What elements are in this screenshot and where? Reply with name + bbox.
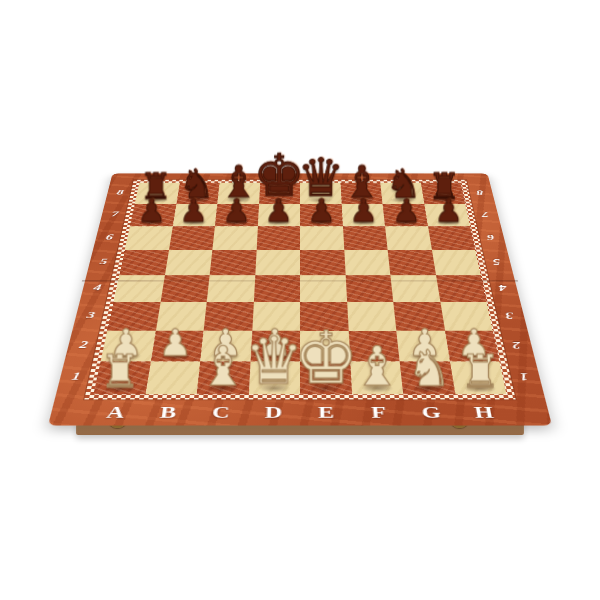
square-e3 xyxy=(300,302,348,331)
piece-shadow xyxy=(223,219,251,225)
rank-label-right-7: 7 xyxy=(477,210,494,218)
square-c5 xyxy=(210,250,257,275)
file-label-g: G xyxy=(417,403,447,422)
square-h7: ♟ xyxy=(424,204,470,226)
rank-label-left-5: 5 xyxy=(95,257,113,266)
piece-shadow xyxy=(430,197,457,203)
square-f7: ♟ xyxy=(341,204,385,226)
file-label-e: E xyxy=(313,403,341,422)
file-label-f: F xyxy=(365,403,394,422)
square-a5 xyxy=(119,250,168,275)
piece-shadow xyxy=(184,197,211,203)
piece-shadow xyxy=(180,219,208,225)
rank-label-right-1: 1 xyxy=(514,370,535,382)
square-d1: ♛ xyxy=(248,361,300,394)
piece-shadow xyxy=(434,219,462,225)
square-b5 xyxy=(164,250,212,275)
square-a2: ♟ xyxy=(101,331,156,362)
square-e6 xyxy=(300,226,344,250)
piece-shadow xyxy=(225,197,252,203)
square-c8: ♝ xyxy=(217,183,259,204)
square-d6 xyxy=(256,226,300,250)
piece-shadow xyxy=(142,197,169,203)
piece-white-pawn-a2: ♟ xyxy=(109,325,142,360)
piece-shadow xyxy=(360,384,394,393)
rank-label-right-8: 8 xyxy=(472,189,488,197)
square-b2: ♟ xyxy=(150,331,203,362)
product-photo-scene: ♜♞♝♚♛♝♞♜♟♟♟♟♟♟♟♟♟♟♟♟♟♟♜♝♛♚♝♞♜ 8877665544… xyxy=(0,0,600,600)
rank-label-left-2: 2 xyxy=(74,339,94,350)
square-c1: ♝ xyxy=(197,361,250,394)
square-c7: ♟ xyxy=(215,204,259,226)
piece-shadow xyxy=(110,352,143,360)
square-d7: ♟ xyxy=(257,204,300,226)
square-b8: ♞ xyxy=(176,183,220,204)
piece-shadow xyxy=(457,352,490,360)
square-h5 xyxy=(431,250,480,275)
piece-shadow xyxy=(392,219,420,225)
square-g1: ♞ xyxy=(400,361,455,394)
square-f5 xyxy=(344,250,391,275)
square-b4 xyxy=(160,275,210,302)
square-a1: ♜ xyxy=(93,361,150,394)
square-b6 xyxy=(169,226,215,250)
piece-shadow xyxy=(265,219,292,225)
piece-shadow xyxy=(209,352,241,360)
square-g6 xyxy=(385,226,431,250)
piece-white-queen-d1: ♛ xyxy=(245,330,304,392)
piece-white-pawn-c2: ♟ xyxy=(209,325,242,360)
square-d5 xyxy=(255,250,300,275)
square-g5 xyxy=(388,250,436,275)
square-e4 xyxy=(300,275,347,302)
piece-black-queen-e8: ♛ xyxy=(297,153,344,203)
square-c2: ♟ xyxy=(200,331,252,362)
piece-shadow xyxy=(389,197,416,203)
piece-shadow xyxy=(348,197,375,203)
piece-shadow xyxy=(408,352,441,360)
file-label-h: H xyxy=(469,403,500,422)
piece-shadow xyxy=(462,384,496,393)
piece-shadow xyxy=(138,219,166,225)
piece-white-king-e1: ♚ xyxy=(293,324,358,393)
board-frame: ♜♞♝♚♛♝♞♜♟♟♟♟♟♟♟♟♟♟♟♟♟♟♜♝♛♚♝♞♜ 8877665544… xyxy=(48,173,552,425)
square-h1: ♜ xyxy=(450,361,507,394)
square-e2 xyxy=(300,331,350,362)
square-e7: ♟ xyxy=(300,204,343,226)
rank-label-right-5: 5 xyxy=(487,257,505,266)
piece-shadow xyxy=(411,384,445,393)
square-h8: ♜ xyxy=(421,183,466,204)
square-d3 xyxy=(252,302,300,331)
square-h2: ♟ xyxy=(445,331,500,362)
square-a8: ♜ xyxy=(135,183,180,204)
square-c3 xyxy=(204,302,254,331)
square-b1 xyxy=(145,361,200,394)
piece-black-king-d8: ♚ xyxy=(253,148,305,203)
chess-board: ♜♞♝♚♛♝♞♜♟♟♟♟♟♟♟♟♟♟♟♟♟♟♜♝♛♚♝♞♜ 8877665544… xyxy=(48,173,552,425)
square-f8: ♝ xyxy=(340,183,382,204)
square-e5 xyxy=(300,250,345,275)
rank-label-right-3: 3 xyxy=(500,310,519,321)
file-label-b: B xyxy=(153,403,183,422)
piece-shadow xyxy=(309,384,342,393)
rank-label-left-4: 4 xyxy=(88,283,106,293)
square-g7: ♟ xyxy=(383,204,428,226)
square-g3 xyxy=(393,302,444,331)
square-f6 xyxy=(343,226,388,250)
square-h3 xyxy=(440,302,493,331)
piece-shadow xyxy=(160,352,193,360)
square-g2: ♟ xyxy=(396,331,449,362)
piece-white-pawn-d2: ♟ xyxy=(258,325,291,360)
rank-label-right-6: 6 xyxy=(482,233,499,242)
rank-label-left-7: 7 xyxy=(107,210,124,218)
piece-shadow xyxy=(206,384,240,393)
playing-area: ♜♞♝♚♛♝♞♜♟♟♟♟♟♟♟♟♟♟♟♟♟♟♜♝♛♚♝♞♜ xyxy=(84,180,515,400)
board-grid: ♜♞♝♚♛♝♞♜♟♟♟♟♟♟♟♟♟♟♟♟♟♟♜♝♛♚♝♞♜ xyxy=(93,183,506,395)
piece-shadow xyxy=(308,219,335,225)
square-a3 xyxy=(107,302,160,331)
rank-label-right-2: 2 xyxy=(506,339,526,350)
square-h6 xyxy=(428,226,476,250)
square-f1: ♝ xyxy=(350,361,403,394)
file-label-c: C xyxy=(207,403,236,422)
square-c6 xyxy=(212,226,257,250)
piece-shadow xyxy=(259,352,291,360)
piece-shadow xyxy=(307,197,333,203)
piece-shadow xyxy=(258,384,291,393)
square-f4 xyxy=(345,275,393,302)
square-f2 xyxy=(348,331,400,362)
piece-white-pawn-h2: ♟ xyxy=(458,325,491,360)
square-d8: ♚ xyxy=(259,183,300,204)
rank-label-left-1: 1 xyxy=(66,370,87,382)
file-label-d: D xyxy=(260,403,288,422)
piece-white-pawn-b2: ♟ xyxy=(159,325,192,360)
square-a7: ♟ xyxy=(130,204,176,226)
square-e1: ♚ xyxy=(300,361,352,394)
file-label-a: A xyxy=(100,403,131,422)
square-f3 xyxy=(347,302,397,331)
square-g4 xyxy=(390,275,440,302)
piece-shadow xyxy=(103,384,137,393)
square-d2: ♟ xyxy=(250,331,300,362)
square-d4 xyxy=(253,275,300,302)
square-g8: ♞ xyxy=(380,183,424,204)
square-b7: ♟ xyxy=(172,204,217,226)
square-h4 xyxy=(436,275,487,302)
rank-label-left-6: 6 xyxy=(101,233,118,242)
piece-shadow xyxy=(350,219,378,225)
rank-label-left-3: 3 xyxy=(81,310,100,321)
square-a6 xyxy=(125,226,173,250)
piece-white-pawn-g2: ♟ xyxy=(408,325,441,360)
rank-label-left-8: 8 xyxy=(112,189,128,197)
square-a4 xyxy=(113,275,164,302)
square-c4 xyxy=(207,275,255,302)
rank-label-right-4: 4 xyxy=(493,283,511,293)
piece-shadow xyxy=(266,197,292,203)
square-b3 xyxy=(155,302,206,331)
square-e8: ♛ xyxy=(300,183,341,204)
